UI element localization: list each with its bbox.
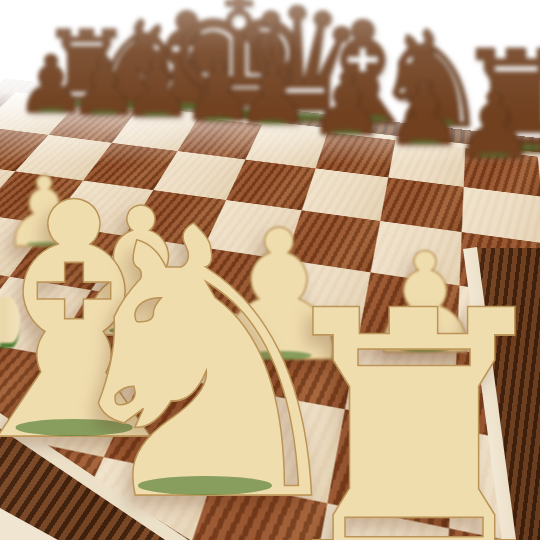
white-rook-f3: ♜ (253, 265, 540, 540)
chess-photo-scene: ♜♞♝♚♛♝♞♜♟♟♟♟♟♟♟♟ ♟♟♟♟♝♞♜ (0, 0, 540, 540)
light-pieces-layer: ♟♟♟♟♝♞♜ (0, 0, 540, 540)
white-piece-partial-left-edge (0, 297, 20, 348)
